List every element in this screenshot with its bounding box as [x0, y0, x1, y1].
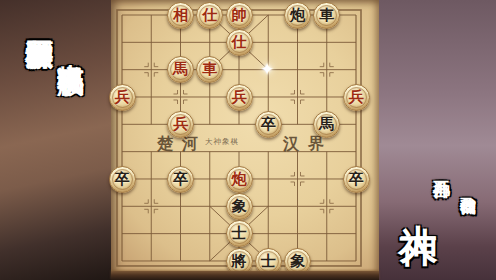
piece-glyph: 將	[227, 249, 252, 274]
piece-red-chariot[interactable]: 車	[196, 56, 223, 83]
piece-red-soldier[interactable]: 兵	[343, 84, 370, 111]
piece-glyph: 相	[168, 3, 193, 28]
background-right	[366, 0, 496, 280]
piece-glyph: 馬	[168, 57, 193, 82]
piece-glyph: 仕	[227, 30, 252, 55]
piece-black-horse[interactable]: 馬	[313, 111, 340, 138]
piece-glyph: 兵	[344, 85, 369, 110]
piece-black-soldier[interactable]: 卒	[167, 166, 194, 193]
piece-red-elephant[interactable]: 相	[167, 2, 194, 29]
piece-black-soldier[interactable]: 卒	[343, 166, 370, 193]
piece-black-advisor[interactable]: 士	[226, 220, 253, 247]
piece-glyph: 兵	[110, 85, 135, 110]
piece-glyph: 士	[227, 221, 252, 246]
piece-glyph: 士	[256, 249, 281, 274]
right-title: 大神	[391, 193, 445, 197]
sparkle-effect: ✦	[260, 61, 274, 78]
piece-glyph: 卒	[168, 167, 193, 192]
piece-glyph: 兵	[227, 85, 252, 110]
piece-glyph: 卒	[344, 167, 369, 192]
piece-red-soldier[interactable]: 兵	[226, 84, 253, 111]
piece-glyph: 卒	[256, 112, 281, 137]
piece-glyph: 炮	[227, 167, 252, 192]
board-watermark: 大神象棋	[205, 137, 239, 147]
piece-black-chariot[interactable]: 車	[313, 2, 340, 29]
piece-glyph: 象	[227, 194, 252, 219]
piece-glyph: 車	[314, 3, 339, 28]
piece-black-cannon[interactable]: 炮	[284, 2, 311, 29]
piece-red-king[interactable]: 帥	[226, 2, 253, 29]
piece-black-soldier[interactable]: 卒	[255, 111, 282, 138]
left-banner-series: 古谱橘中秘现代版	[54, 43, 89, 51]
piece-red-soldier[interactable]: 兵	[167, 111, 194, 138]
piece-red-cannon[interactable]: 炮	[226, 166, 253, 193]
piece-red-advisor[interactable]: 仕	[196, 2, 223, 29]
piece-red-soldier[interactable]: 兵	[109, 84, 136, 111]
piece-glyph: 兵	[168, 112, 193, 137]
piece-glyph: 馬	[314, 112, 339, 137]
piece-red-advisor[interactable]: 仕	[226, 29, 253, 56]
piece-red-horse[interactable]: 馬	[167, 56, 194, 83]
video-thumbnail: 楚河 汉界 大神象棋 相仕帥炮車仕馬車兵兵兵兵卒馬卒卒炮卒象士將士象 ✦ 中国象…	[0, 0, 496, 280]
board-edge	[111, 271, 379, 280]
piece-glyph: 帥	[227, 3, 252, 28]
piece-black-elephant[interactable]: 象	[226, 193, 253, 220]
piece-glyph: 炮	[285, 3, 310, 28]
piece-glyph: 卒	[110, 167, 135, 192]
piece-glyph: 象	[285, 249, 310, 274]
piece-glyph: 車	[197, 57, 222, 82]
piece-black-soldier[interactable]: 卒	[109, 166, 136, 193]
piece-glyph: 仕	[197, 3, 222, 28]
xiangqi-board: 楚河 汉界 大神象棋 相仕帥炮車仕馬車兵兵兵兵卒馬卒卒炮卒象士將士象 ✦	[111, 0, 379, 280]
